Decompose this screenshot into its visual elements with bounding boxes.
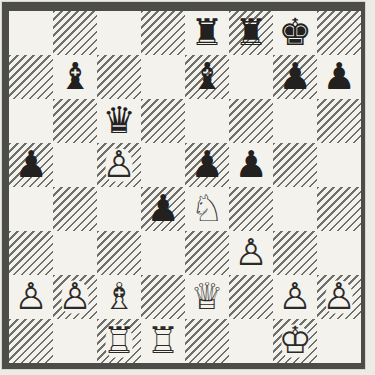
square-b8[interactable] xyxy=(53,11,97,55)
piece-glyph: ♟ xyxy=(234,143,267,187)
piece-glyph: ♚ xyxy=(278,11,311,55)
square-d2[interactable] xyxy=(141,275,185,319)
square-f7[interactable] xyxy=(229,55,273,99)
square-h3[interactable] xyxy=(317,231,361,275)
square-f6[interactable] xyxy=(229,99,273,143)
square-f2[interactable] xyxy=(229,275,273,319)
square-b5[interactable] xyxy=(53,143,97,187)
square-h6[interactable] xyxy=(317,99,361,143)
piece-glyph: ♕ xyxy=(190,275,223,319)
square-d4[interactable]: ♟ xyxy=(141,187,185,231)
piece-glyph: ♙ xyxy=(278,275,311,319)
black-rook-e8[interactable]: ♜ xyxy=(185,11,229,55)
square-h2[interactable]: ♙ xyxy=(317,275,361,319)
square-e2[interactable]: ♕ xyxy=(185,275,229,319)
square-h4[interactable] xyxy=(317,187,361,231)
white-king-g1[interactable]: ♔ xyxy=(273,319,317,363)
square-a2[interactable]: ♙ xyxy=(9,275,53,319)
square-c8[interactable] xyxy=(97,11,141,55)
square-f4[interactable] xyxy=(229,187,273,231)
black-pawn-d4[interactable]: ♟ xyxy=(141,187,185,231)
square-a4[interactable] xyxy=(9,187,53,231)
chess-board: ♜♜♚♝♝♟♟♛♟♙♟♟♟♘♙♙♙♗♕♙♙♖♖♔ xyxy=(9,11,361,363)
piece-glyph: ♛ xyxy=(102,99,135,143)
white-pawn-c5[interactable]: ♙ xyxy=(97,143,141,187)
square-g6[interactable] xyxy=(273,99,317,143)
square-h8[interactable] xyxy=(317,11,361,55)
piece-glyph: ♜ xyxy=(234,11,267,55)
piece-glyph: ♟ xyxy=(278,55,311,99)
black-bishop-e7[interactable]: ♝ xyxy=(185,55,229,99)
square-a1[interactable] xyxy=(9,319,53,363)
white-bishop-c2[interactable]: ♗ xyxy=(97,275,141,319)
square-b1[interactable] xyxy=(53,319,97,363)
square-b7[interactable]: ♝ xyxy=(53,55,97,99)
square-f3[interactable]: ♙ xyxy=(229,231,273,275)
square-a3[interactable] xyxy=(9,231,53,275)
piece-glyph: ♟ xyxy=(322,55,355,99)
square-h7[interactable]: ♟ xyxy=(317,55,361,99)
white-queen-e2[interactable]: ♕ xyxy=(185,275,229,319)
square-g1[interactable]: ♔ xyxy=(273,319,317,363)
square-c4[interactable] xyxy=(97,187,141,231)
piece-glyph: ♝ xyxy=(58,55,91,99)
square-e6[interactable] xyxy=(185,99,229,143)
white-pawn-f3[interactable]: ♙ xyxy=(229,231,273,275)
black-queen-c6[interactable]: ♛ xyxy=(97,99,141,143)
square-g4[interactable] xyxy=(273,187,317,231)
square-c5[interactable]: ♙ xyxy=(97,143,141,187)
square-g8[interactable]: ♚ xyxy=(273,11,317,55)
piece-glyph: ♙ xyxy=(234,231,267,275)
black-bishop-b7[interactable]: ♝ xyxy=(53,55,97,99)
square-b4[interactable] xyxy=(53,187,97,231)
piece-glyph: ♘ xyxy=(190,187,223,231)
square-g7[interactable]: ♟ xyxy=(273,55,317,99)
square-a6[interactable] xyxy=(9,99,53,143)
white-knight-e4[interactable]: ♘ xyxy=(185,187,229,231)
square-c1[interactable]: ♖ xyxy=(97,319,141,363)
black-pawn-h7[interactable]: ♟ xyxy=(317,55,361,99)
square-e1[interactable] xyxy=(185,319,229,363)
square-d3[interactable] xyxy=(141,231,185,275)
scanned-page: ♜♜♚♝♝♟♟♛♟♙♟♟♟♘♙♙♙♗♕♙♙♖♖♔ xyxy=(0,0,375,375)
square-h1[interactable] xyxy=(317,319,361,363)
piece-glyph: ♟ xyxy=(190,143,223,187)
black-pawn-a5[interactable]: ♟ xyxy=(9,143,53,187)
black-king-g8[interactable]: ♚ xyxy=(273,11,317,55)
piece-glyph: ♖ xyxy=(146,319,179,363)
square-a7[interactable] xyxy=(9,55,53,99)
square-d5[interactable] xyxy=(141,143,185,187)
square-g2[interactable]: ♙ xyxy=(273,275,317,319)
piece-glyph: ♟ xyxy=(146,187,179,231)
piece-glyph: ♔ xyxy=(278,319,311,363)
piece-glyph: ♝ xyxy=(190,55,223,99)
square-c7[interactable] xyxy=(97,55,141,99)
square-d7[interactable] xyxy=(141,55,185,99)
square-d6[interactable] xyxy=(141,99,185,143)
square-e8[interactable]: ♜ xyxy=(185,11,229,55)
black-rook-f8[interactable]: ♜ xyxy=(229,11,273,55)
square-e3[interactable] xyxy=(185,231,229,275)
square-c2[interactable]: ♗ xyxy=(97,275,141,319)
white-rook-c1[interactable]: ♖ xyxy=(97,319,141,363)
piece-glyph: ♙ xyxy=(102,143,135,187)
square-h5[interactable] xyxy=(317,143,361,187)
piece-glyph: ♙ xyxy=(322,275,355,319)
black-pawn-e5[interactable]: ♟ xyxy=(185,143,229,187)
white-pawn-g2[interactable]: ♙ xyxy=(273,275,317,319)
square-c3[interactable] xyxy=(97,231,141,275)
square-f5[interactable]: ♟ xyxy=(229,143,273,187)
white-pawn-h2[interactable]: ♙ xyxy=(317,275,361,319)
white-rook-d1[interactable]: ♖ xyxy=(141,319,185,363)
piece-glyph: ♖ xyxy=(102,319,135,363)
square-d1[interactable]: ♖ xyxy=(141,319,185,363)
white-pawn-b2[interactable]: ♙ xyxy=(53,275,97,319)
square-e7[interactable]: ♝ xyxy=(185,55,229,99)
black-pawn-g7[interactable]: ♟ xyxy=(273,55,317,99)
square-c6[interactable]: ♛ xyxy=(97,99,141,143)
square-a8[interactable] xyxy=(9,11,53,55)
board-frame: ♜♜♚♝♝♟♟♛♟♙♟♟♟♘♙♙♙♗♕♙♙♖♖♔ xyxy=(2,2,365,369)
piece-glyph: ♟ xyxy=(14,143,47,187)
square-f8[interactable]: ♜ xyxy=(229,11,273,55)
square-e4[interactable]: ♘ xyxy=(185,187,229,231)
square-b6[interactable] xyxy=(53,99,97,143)
square-f1[interactable] xyxy=(229,319,273,363)
piece-glyph: ♜ xyxy=(190,11,223,55)
square-g5[interactable] xyxy=(273,143,317,187)
piece-glyph: ♙ xyxy=(58,275,91,319)
square-d8[interactable] xyxy=(141,11,185,55)
square-e5[interactable]: ♟ xyxy=(185,143,229,187)
square-b3[interactable] xyxy=(53,231,97,275)
piece-glyph: ♙ xyxy=(14,275,47,319)
black-pawn-f5[interactable]: ♟ xyxy=(229,143,273,187)
square-b2[interactable]: ♙ xyxy=(53,275,97,319)
square-a5[interactable]: ♟ xyxy=(9,143,53,187)
piece-glyph: ♗ xyxy=(102,275,135,319)
square-g3[interactable] xyxy=(273,231,317,275)
white-pawn-a2[interactable]: ♙ xyxy=(9,275,53,319)
